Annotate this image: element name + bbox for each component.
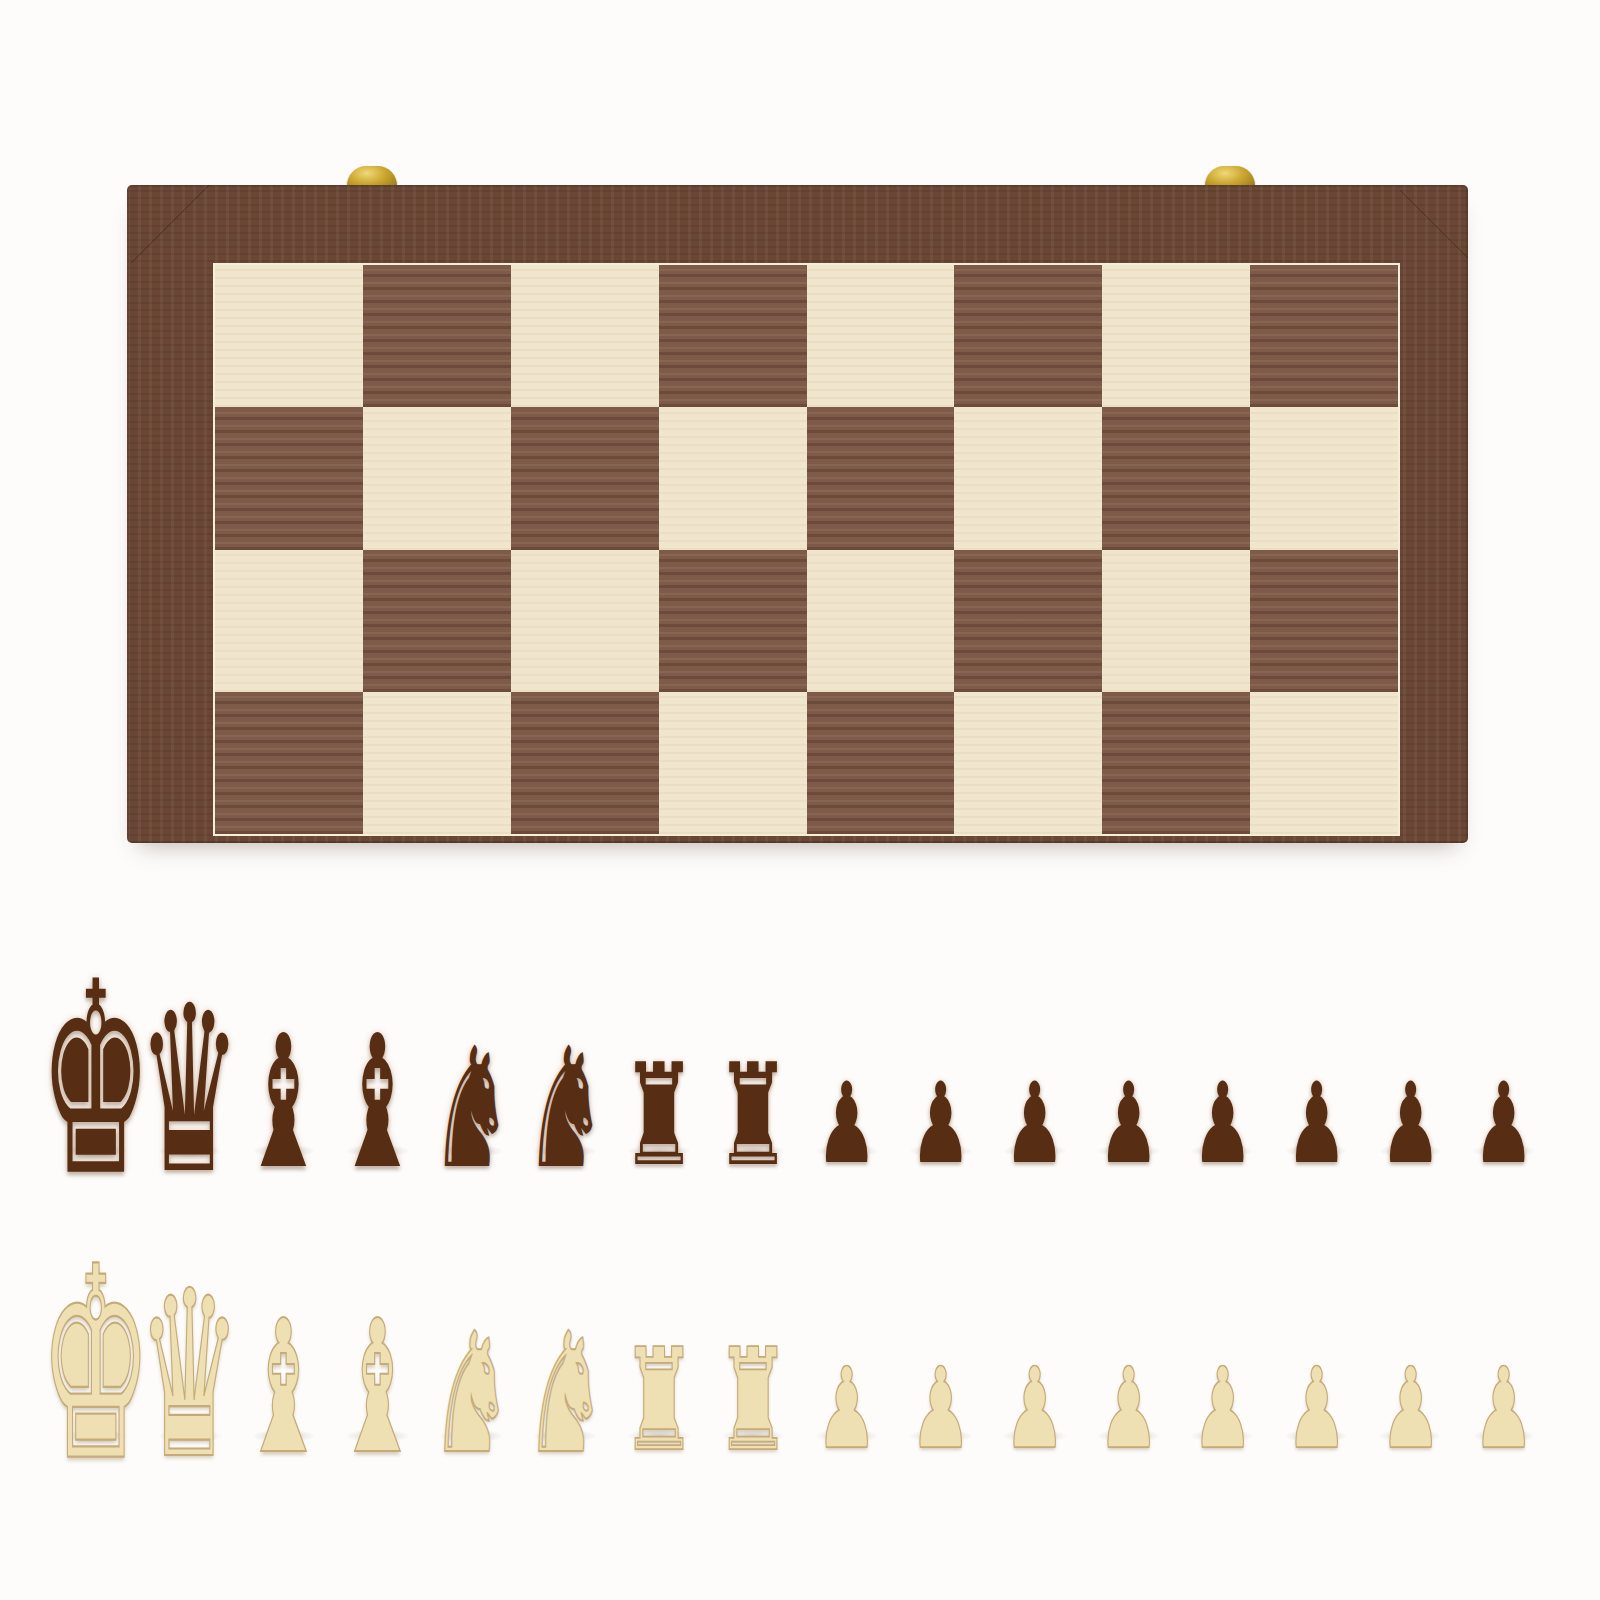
board-square-r4c8 bbox=[1250, 692, 1398, 834]
chess-board-box bbox=[127, 185, 1468, 843]
light-pawn: ♟ bbox=[1097, 1353, 1159, 1465]
board-square-r4c4 bbox=[659, 692, 807, 834]
light-pawn: ♟ bbox=[816, 1353, 878, 1465]
light-knight-slot: ♞ bbox=[425, 1190, 517, 1440]
dark-pawn: ♟ bbox=[1379, 1068, 1441, 1180]
board-square-r3c8 bbox=[1250, 550, 1398, 692]
light-pawn: ♟ bbox=[1285, 1353, 1347, 1465]
board-square-r3c5 bbox=[807, 550, 955, 692]
board-square-r1c2 bbox=[363, 265, 511, 407]
board-square-r2c7 bbox=[1102, 407, 1250, 549]
light-bishop-slot: ♝ bbox=[238, 1190, 330, 1440]
board-square-r1c3 bbox=[511, 265, 659, 407]
board-square-r4c2 bbox=[363, 692, 511, 834]
dark-knight: ♞ bbox=[429, 1025, 513, 1191]
dark-bishop: ♝ bbox=[240, 1012, 327, 1196]
dark-pawn: ♟ bbox=[1285, 1068, 1347, 1180]
light-rook-slot: ♜ bbox=[613, 1190, 705, 1440]
board-square-r2c6 bbox=[954, 407, 1102, 549]
dark-pawn-slot: ♟ bbox=[895, 920, 987, 1155]
dark-pawn-slot: ♟ bbox=[1176, 920, 1268, 1155]
dark-rook: ♜ bbox=[715, 1045, 791, 1186]
light-pawn-slot: ♟ bbox=[1270, 1190, 1362, 1440]
dark-queen: ♛ bbox=[138, 975, 241, 1205]
dark-bishop-slot: ♝ bbox=[238, 920, 330, 1155]
board-square-r3c1 bbox=[215, 550, 363, 692]
board-square-r2c5 bbox=[807, 407, 955, 549]
dark-pawn-slot: ♟ bbox=[1364, 920, 1456, 1155]
light-knight: ♞ bbox=[523, 1310, 607, 1476]
dark-knight-slot: ♞ bbox=[425, 920, 517, 1155]
board-square-r2c4 bbox=[659, 407, 807, 549]
dark-pawn: ♟ bbox=[1191, 1068, 1253, 1180]
board-square-r4c5 bbox=[807, 692, 955, 834]
light-rook: ♜ bbox=[621, 1330, 697, 1471]
dark-pawn-slot: ♟ bbox=[1270, 920, 1362, 1155]
dark-rook: ♜ bbox=[621, 1045, 697, 1186]
dark-pawn: ♟ bbox=[1473, 1068, 1535, 1180]
light-knight: ♞ bbox=[429, 1310, 513, 1476]
light-pawn-slot: ♟ bbox=[895, 1190, 987, 1440]
dark-pieces-row: ♚♛♝♝♞♞♜♜♟♟♟♟♟♟♟♟ bbox=[50, 920, 1550, 1155]
board-square-r3c6 bbox=[954, 550, 1102, 692]
light-pawn: ♟ bbox=[910, 1353, 972, 1465]
light-pawn: ♟ bbox=[1004, 1353, 1066, 1465]
dark-pawn: ♟ bbox=[816, 1068, 878, 1180]
dark-pawn-slot: ♟ bbox=[1458, 920, 1550, 1155]
board-square-r2c2 bbox=[363, 407, 511, 549]
frame-miter-top-right bbox=[1400, 185, 1468, 263]
light-pawn-slot: ♟ bbox=[1364, 1190, 1456, 1440]
dark-bishop: ♝ bbox=[334, 1012, 421, 1196]
dark-bishop-slot: ♝ bbox=[332, 920, 424, 1155]
dark-knight-slot: ♞ bbox=[519, 920, 611, 1155]
light-pawn-slot: ♟ bbox=[1176, 1190, 1268, 1440]
light-queen: ♛ bbox=[138, 1260, 241, 1490]
dark-pawn: ♟ bbox=[1004, 1068, 1066, 1180]
board-square-r1c8 bbox=[1250, 265, 1398, 407]
dark-rook-slot: ♜ bbox=[613, 920, 705, 1155]
board-square-r2c8 bbox=[1250, 407, 1398, 549]
board-square-r3c4 bbox=[659, 550, 807, 692]
light-pawn: ♟ bbox=[1473, 1353, 1535, 1465]
light-pawn: ♟ bbox=[1379, 1353, 1441, 1465]
board-square-r4c7 bbox=[1102, 692, 1250, 834]
board-square-r1c1 bbox=[215, 265, 363, 407]
light-rook-slot: ♜ bbox=[707, 1190, 799, 1440]
light-king: ♚ bbox=[40, 1233, 153, 1499]
dark-pawn: ♟ bbox=[1097, 1068, 1159, 1180]
light-pawn-slot: ♟ bbox=[989, 1190, 1081, 1440]
light-king-slot: ♚ bbox=[50, 1190, 142, 1440]
frame-miter-top-left bbox=[127, 185, 213, 263]
dark-king-slot: ♚ bbox=[50, 920, 142, 1155]
light-bishop: ♝ bbox=[240, 1297, 327, 1481]
light-rook: ♜ bbox=[715, 1330, 791, 1471]
board-square-r4c6 bbox=[954, 692, 1102, 834]
dark-pawn-slot: ♟ bbox=[989, 920, 1081, 1155]
board-square-r3c2 bbox=[363, 550, 511, 692]
board-square-r3c3 bbox=[511, 550, 659, 692]
dark-rook-slot: ♜ bbox=[707, 920, 799, 1155]
board-square-r2c1 bbox=[215, 407, 363, 549]
dark-knight: ♞ bbox=[523, 1025, 607, 1191]
light-pawn-slot: ♟ bbox=[1458, 1190, 1550, 1440]
light-pawn: ♟ bbox=[1191, 1353, 1253, 1465]
board-square-r2c3 bbox=[511, 407, 659, 549]
light-bishop: ♝ bbox=[334, 1297, 421, 1481]
light-bishop-slot: ♝ bbox=[332, 1190, 424, 1440]
dark-king: ♚ bbox=[40, 948, 153, 1214]
light-pieces-row: ♚♛♝♝♞♞♜♜♟♟♟♟♟♟♟♟ bbox=[50, 1190, 1550, 1440]
board-square-r4c1 bbox=[215, 692, 363, 834]
board-square-r1c6 bbox=[954, 265, 1102, 407]
light-queen-slot: ♛ bbox=[144, 1190, 236, 1440]
light-pawn-slot: ♟ bbox=[1082, 1190, 1174, 1440]
board-square-r3c7 bbox=[1102, 550, 1250, 692]
board-square-r1c5 bbox=[807, 265, 955, 407]
dark-pawn: ♟ bbox=[910, 1068, 972, 1180]
board-square-r4c3 bbox=[511, 692, 659, 834]
light-knight-slot: ♞ bbox=[519, 1190, 611, 1440]
board-square-r1c7 bbox=[1102, 265, 1250, 407]
checkerboard-grid bbox=[213, 263, 1400, 836]
dark-pawn-slot: ♟ bbox=[801, 920, 893, 1155]
dark-queen-slot: ♛ bbox=[144, 920, 236, 1155]
light-pawn-slot: ♟ bbox=[801, 1190, 893, 1440]
dark-pawn-slot: ♟ bbox=[1082, 920, 1174, 1155]
board-square-r1c4 bbox=[659, 265, 807, 407]
